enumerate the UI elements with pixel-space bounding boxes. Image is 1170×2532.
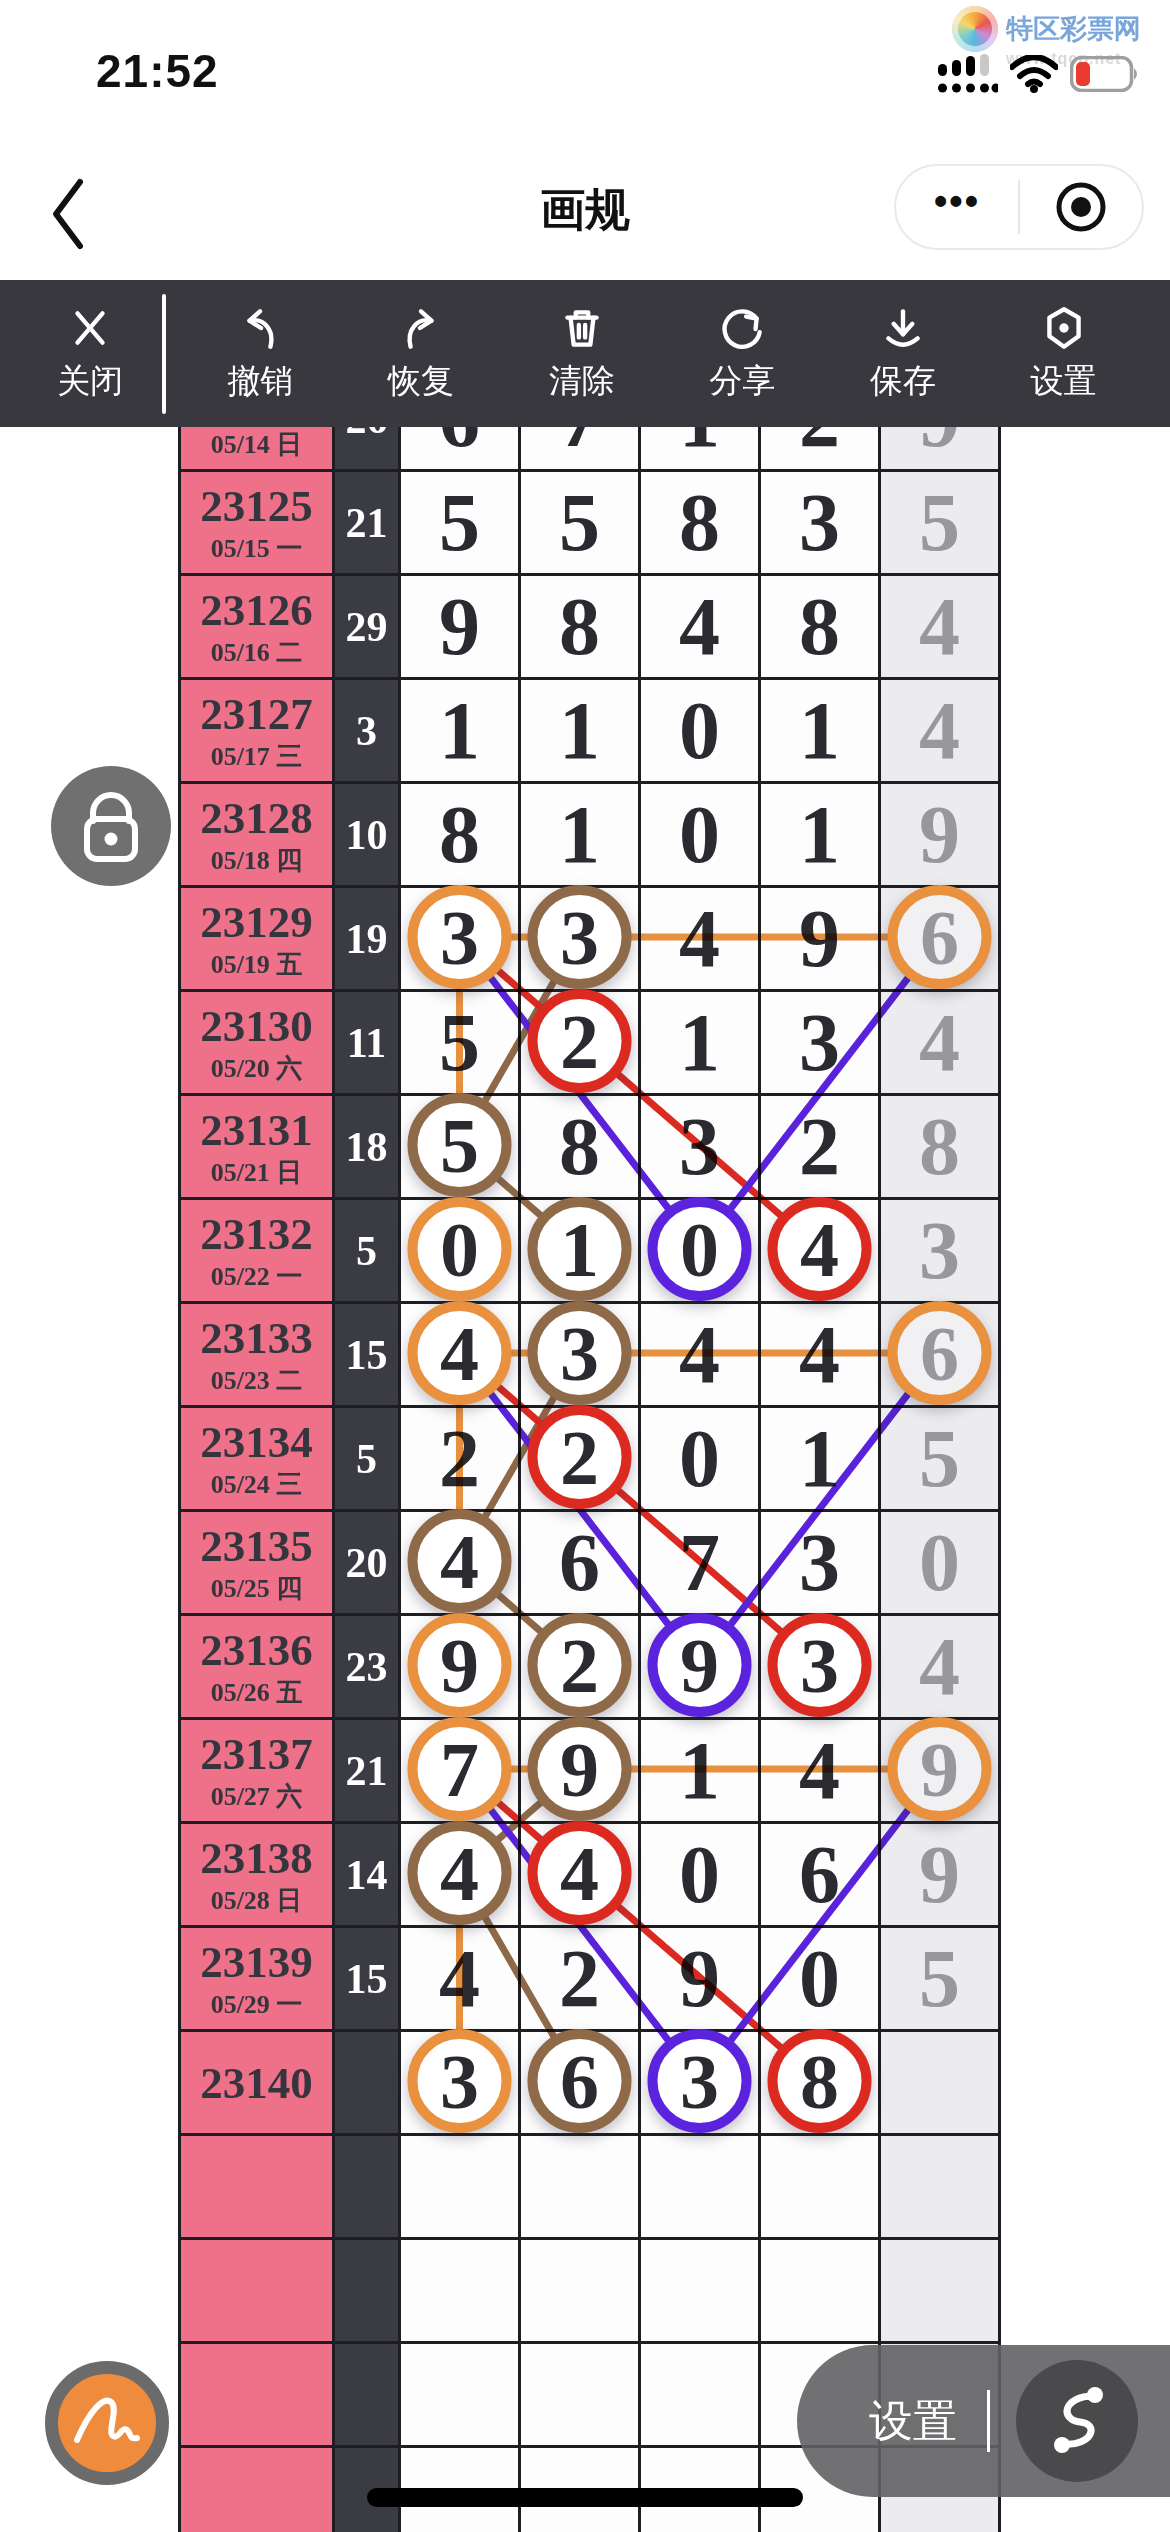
reference-digit-cell[interactable]: 5 [881,472,1001,576]
pill-divider [987,2390,990,2452]
nav-bar: 画规 ••• [0,150,1170,280]
result-digit-cell[interactable]: 0 [401,1200,521,1304]
result-digit-cell[interactable]: 1 [761,680,881,784]
result-digit-cell[interactable]: 4 [401,1512,521,1616]
result-digit-cell[interactable] [401,2344,521,2448]
issue-number: 23127 [200,688,313,740]
share-icon [717,303,767,353]
count-cell: 18 [335,1096,401,1200]
table-row: 2313705/27 六2179149 [181,1720,1001,1824]
status-bar: 21:52 特区彩票网 www.tqcp.net [0,0,1170,150]
result-digit-cell[interactable]: 3 [761,992,881,1096]
undo-icon [235,303,285,353]
lock-button[interactable] [51,766,171,886]
close-icon [65,303,115,353]
issue-cell [181,2136,335,2240]
issue-cell: 2312905/19 五 [181,888,335,992]
toolbar-label: 清除 [549,359,615,404]
issue-number: 23132 [200,1208,313,1260]
count-cell [335,2032,401,2136]
toolbar-label: 设置 [1031,359,1097,404]
table-row: 2312605/16 二2998484 [181,576,1001,680]
result-digit-cell[interactable]: 4 [401,1824,521,1928]
result-digit-cell[interactable]: 4 [521,1824,641,1928]
draw-date: 05/16 二 [211,636,303,670]
redo-icon [396,303,446,353]
count-cell: 10 [335,784,401,888]
issue-cell: 2313305/23 二 [181,1304,335,1408]
issue-number: 23125 [200,480,313,532]
reference-digit-cell[interactable]: 9 [881,1720,1001,1824]
result-digit-cell[interactable]: 2 [521,1928,641,2032]
settings-pill[interactable]: 设置 [797,2345,1170,2497]
reference-digit-cell[interactable]: 8 [881,1096,1001,1200]
result-digit-cell[interactable]: 3 [761,472,881,576]
draw-date: 05/26 五 [211,1676,303,1710]
issue-number: 23130 [200,1000,313,1052]
toolbar-settings-button[interactable]: 设置 [1000,303,1128,404]
settings-pill-label[interactable]: 设置 [869,2392,957,2451]
count-cell: 19 [335,888,401,992]
reference-digit-cell[interactable]: 5 [881,1928,1001,2032]
result-digit-cell[interactable]: 4 [761,1720,881,1824]
result-digit-cell[interactable]: 1 [641,1720,761,1824]
result-digit-cell[interactable]: 8 [521,1096,641,1200]
table-row: 2313205/22 一501043 [181,1200,1001,1304]
more-menu-button[interactable]: ••• [896,180,1018,235]
draw-date: 05/22 一 [211,1260,303,1294]
reference-digit-cell[interactable]: 4 [881,1616,1001,1720]
result-digit-cell[interactable]: 3 [521,888,641,992]
result-digit-cell[interactable]: 4 [761,1304,881,1408]
issue-cell: 2313905/29 一 [181,1928,335,2032]
result-digit-cell[interactable] [521,2344,641,2448]
reference-digit-cell[interactable]: 4 [881,680,1001,784]
issue-cell: 2312605/16 二 [181,576,335,680]
reference-digit-cell[interactable] [881,2136,1001,2240]
draw-date: 05/14 日 [211,428,303,462]
app-screen: 21:52 特区彩票网 www.tqcp.net [0,0,1170,2532]
result-digit-cell[interactable] [401,2240,521,2344]
reference-digit-cell[interactable]: 3 [881,1200,1001,1304]
reference-digit-cell[interactable]: 9 [881,1824,1001,1928]
reference-digit-cell[interactable]: 5 [881,1408,1001,1512]
table-row: 2312505/15 一2155835 [181,472,1001,576]
draw-date: 05/15 一 [211,532,303,566]
issue-number: 23131 [200,1104,313,1156]
reference-digit-cell[interactable]: 6 [881,1304,1001,1408]
result-digit-cell[interactable]: 3 [641,1096,761,1200]
result-digit-cell[interactable]: 5 [401,472,521,576]
count-cell: 15 [335,1304,401,1408]
draw-date: 05/17 三 [211,740,303,774]
draw-date: 05/29 一 [211,1988,303,2022]
result-digit-cell[interactable]: 3 [401,2032,521,2136]
result-digit-cell[interactable]: 0 [641,1824,761,1928]
reference-digit-cell[interactable]: 9 [881,784,1001,888]
issue-number: 23136 [200,1624,313,1676]
wifi-icon [1010,55,1058,93]
result-digit-cell[interactable] [761,2240,881,2344]
miniprogram-capsule: ••• [894,164,1144,250]
result-digit-cell[interactable]: 8 [761,2032,881,2136]
result-digit-cell[interactable]: 3 [641,2032,761,2136]
issue-cell [181,2448,335,2532]
issue-cell: 23140 [181,2032,335,2136]
site-name: 特区彩票网 [1006,11,1141,47]
result-digit-cell[interactable]: 1 [521,1200,641,1304]
count-cell: 5 [335,1408,401,1512]
toolbar-trash-button[interactable]: 清除 [518,303,646,404]
result-digit-cell[interactable] [641,2344,761,2448]
result-digit-cell[interactable]: 5 [401,992,521,1096]
draw-date: 05/19 五 [211,948,303,982]
result-digit-cell[interactable]: 1 [401,680,521,784]
result-digit-cell[interactable]: 7 [641,1512,761,1616]
result-digit-cell[interactable]: 8 [641,472,761,576]
result-digit-cell[interactable] [521,2136,641,2240]
table-row: 231403638 [181,2032,1001,2136]
result-digit-cell[interactable] [761,2136,881,2240]
issue-cell: 2313005/20 六 [181,992,335,1096]
result-digit-cell[interactable]: 1 [641,992,761,1096]
result-digit-cell[interactable]: 8 [521,576,641,680]
table-row: 2312805/18 四1081019 [181,784,1001,888]
result-digit-cell[interactable]: 3 [521,1304,641,1408]
count-cell: 29 [335,576,401,680]
issue-cell: 2312505/15 一 [181,472,335,576]
count-cell: 23 [335,1616,401,1720]
draw-date: 05/23 二 [211,1364,303,1398]
reference-digit-cell[interactable] [881,2240,1001,2344]
result-digit-cell[interactable]: 3 [401,888,521,992]
reference-digit-cell[interactable] [881,2032,1001,2136]
issue-cell: 2313405/24 三 [181,1408,335,1512]
result-digit-cell[interactable]: 9 [641,1928,761,2032]
draw-s-button[interactable] [1016,2360,1138,2482]
result-digit-cell[interactable] [521,2240,641,2344]
result-digit-cell[interactable] [641,2136,761,2240]
draw-mode-button[interactable] [45,2361,169,2485]
s-curve-icon [1042,2382,1112,2460]
count-cell: 20 [335,1512,401,1616]
issue-cell: 2313705/27 六 [181,1720,335,1824]
result-digit-cell[interactable]: 1 [521,784,641,888]
table-row: 2313405/24 三522015 [181,1408,1001,1512]
issue-cell: 2313805/28 日 [181,1824,335,1928]
table-row: 2313005/20 六1152134 [181,992,1001,1096]
issue-number: 23133 [200,1312,313,1364]
draw-date: 05/25 四 [211,1572,303,1606]
result-digit-cell[interactable]: 0 [641,1408,761,1512]
table-row: 2312905/19 五1933496 [181,888,1001,992]
table-row: 2313305/23 二1543446 [181,1304,1001,1408]
settings-icon [1039,303,1089,353]
issue-number: 23138 [200,1832,313,1884]
toolbar-undo-button[interactable]: 撤销 [196,303,324,404]
result-digit-cell[interactable] [641,2240,761,2344]
result-digit-cell[interactable]: 6 [521,1512,641,1616]
result-digit-cell[interactable]: 9 [401,576,521,680]
result-digit-cell[interactable]: 3 [761,1616,881,1720]
result-digit-cell[interactable]: 8 [401,784,521,888]
result-digit-cell[interactable]: 0 [641,784,761,888]
result-digit-cell[interactable]: 4 [401,1304,521,1408]
issue-cell: 2313205/22 一 [181,1200,335,1304]
battery-icon [1070,56,1140,92]
issue-number: 23140 [200,2057,313,2109]
result-digit-cell[interactable]: 3 [761,1512,881,1616]
home-indicator[interactable] [367,2488,803,2507]
issue-cell [181,2240,335,2344]
reference-digit-cell[interactable]: 4 [881,992,1001,1096]
result-digit-cell[interactable]: 9 [761,888,881,992]
toolbar-divider [162,294,166,414]
drawing-toolbar: 关闭撤销恢复清除分享保存设置 [0,280,1170,427]
issue-number: 23139 [200,1936,313,1988]
draw-date: 05/18 四 [211,844,303,878]
table-row: 2313105/21 日1858328 [181,1096,1001,1200]
result-digit-cell[interactable]: 4 [641,1304,761,1408]
result-digit-cell[interactable]: 4 [401,1928,521,2032]
count-cell: 15 [335,1928,401,2032]
result-digit-cell[interactable]: 1 [521,680,641,784]
toolbar-redo-button[interactable]: 恢复 [357,303,485,404]
count-cell: 21 [335,1720,401,1824]
toolbar-save-button[interactable]: 保存 [839,303,967,404]
result-digit-cell[interactable]: 4 [641,888,761,992]
count-cell: 21 [335,472,401,576]
result-digit-cell[interactable]: 9 [521,1720,641,1824]
trash-icon [557,303,607,353]
save-icon [878,303,928,353]
issue-number: 23128 [200,792,313,844]
toolbar-label: 撤销 [227,359,293,404]
issue-number: 23134 [200,1416,313,1468]
toolbar-label: 保存 [870,359,936,404]
lock-icon [76,789,146,863]
table-row: 2313505/25 四2046730 [181,1512,1001,1616]
site-logo-icon [952,6,998,52]
table-row: 2313805/28 日1444069 [181,1824,1001,1928]
reference-digit-cell[interactable]: 4 [881,576,1001,680]
result-digit-cell[interactable]: 9 [641,1616,761,1720]
result-digit-cell[interactable]: 2 [521,1616,641,1720]
toolbar-label: 关闭 [57,359,123,404]
signature-icon [69,2388,145,2458]
result-digit-cell[interactable]: 1 [761,784,881,888]
issue-cell: 2312705/17 三 [181,680,335,784]
draw-date: 05/24 三 [211,1468,303,1502]
draw-date: 05/27 六 [211,1780,303,1814]
count-cell: 3 [335,680,401,784]
issue-cell: 2313505/25 四 [181,1512,335,1616]
clock: 21:52 [96,44,219,98]
table-row: 2313605/26 五2392934 [181,1616,1001,1720]
draw-date: 05/20 六 [211,1052,303,1086]
table-row [181,2136,1001,2240]
issue-cell [181,2344,335,2448]
issue-cell: 2312805/18 四 [181,784,335,888]
issue-number: 23126 [200,584,313,636]
result-digit-cell[interactable] [401,2136,521,2240]
table-row: 2312705/17 三311014 [181,680,1001,784]
result-digit-cell[interactable]: 6 [521,2032,641,2136]
reference-digit-cell[interactable]: 6 [881,888,1001,992]
count-cell [335,2344,401,2448]
count-cell: 14 [335,1824,401,1928]
result-digit-cell[interactable]: 1 [761,1408,881,1512]
result-digit-cell[interactable]: 2 [521,1408,641,1512]
count-cell: 5 [335,1200,401,1304]
toolbar-share-button[interactable]: 分享 [678,303,806,404]
count-cell: 11 [335,992,401,1096]
result-digit-cell[interactable]: 4 [641,576,761,680]
draw-date: 05/28 日 [211,1884,303,1918]
issue-number: 23129 [200,896,313,948]
draw-date: 05/21 日 [211,1156,303,1190]
result-digit-cell[interactable]: 5 [521,472,641,576]
table-row [181,2240,1001,2344]
result-digit-cell[interactable]: 0 [641,1200,761,1304]
result-digit-cell[interactable]: 0 [761,1928,881,2032]
cellular-signal-icon [936,54,998,94]
result-digit-cell[interactable]: 2 [401,1408,521,1512]
toolbar-label: 恢复 [388,359,454,404]
result-digit-cell[interactable]: 9 [401,1616,521,1720]
issue-number: 23135 [200,1520,313,1572]
result-digit-cell[interactable]: 7 [401,1720,521,1824]
result-digit-cell[interactable]: 6 [761,1824,881,1928]
result-digit-cell[interactable]: 2 [521,992,641,1096]
count-cell [335,2240,401,2344]
toolbar-label: 分享 [709,359,775,404]
count-cell [335,2136,401,2240]
reference-digit-cell[interactable]: 0 [881,1512,1001,1616]
result-digit-cell[interactable]: 2 [761,1096,881,1200]
circle-dot-icon [1053,179,1109,235]
issue-cell: 2313605/26 五 [181,1616,335,1720]
issue-cell: 2313105/21 日 [181,1096,335,1200]
issue-number: 23137 [200,1728,313,1780]
result-digit-cell[interactable]: 0 [641,680,761,784]
result-digit-cell[interactable]: 8 [761,576,881,680]
trend-chart-grid: 05/14 日26671292312505/15 一21558352312605… [178,365,1001,2532]
table-row: 2313905/29 一1542905 [181,1928,1001,2032]
result-digit-cell[interactable]: 4 [761,1200,881,1304]
exit-circle-button[interactable] [1020,179,1142,235]
result-digit-cell[interactable]: 5 [401,1096,521,1200]
toolbar-close-button[interactable]: 关闭 [26,303,154,404]
